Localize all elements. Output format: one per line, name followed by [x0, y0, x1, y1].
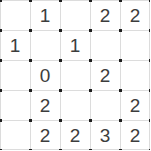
clue-number: 2 — [40, 126, 51, 145]
grid-cell[interactable] — [0, 60, 30, 90]
clue-number: 2 — [130, 96, 141, 115]
lattice-dot — [0, 59, 2, 62]
grid-cell[interactable] — [90, 90, 120, 120]
grid-cell[interactable]: 2 — [60, 120, 90, 150]
clue-number: 2 — [100, 66, 111, 85]
lattice-dot — [59, 119, 62, 122]
lattice-dot — [119, 29, 122, 32]
grid-cell[interactable]: 2 — [120, 0, 150, 30]
lattice-dot — [59, 149, 62, 151]
lattice-dot — [59, 59, 62, 62]
lattice-dot — [119, 119, 122, 122]
grid-cell[interactable]: 1 — [60, 30, 90, 60]
grid-cell[interactable]: 1 — [0, 30, 30, 60]
clue-number: 1 — [10, 36, 21, 55]
grid-cell[interactable] — [90, 30, 120, 60]
lattice-dot — [29, 89, 32, 92]
grid-cell[interactable]: 2 — [30, 120, 60, 150]
lattice-dot — [89, 0, 92, 2]
clue-number: 2 — [100, 6, 111, 25]
lattice-dot — [59, 0, 62, 2]
lattice-dot — [119, 149, 122, 151]
lattice-dot — [0, 89, 2, 92]
lattice-dot — [149, 0, 151, 2]
lattice-dot — [149, 89, 151, 92]
lattice-dot — [149, 119, 151, 122]
lattice-dot — [89, 29, 92, 32]
grid-cell[interactable] — [60, 60, 90, 90]
grid-cell[interactable] — [60, 0, 90, 30]
clue-number: 2 — [70, 126, 81, 145]
lattice-dot — [29, 59, 32, 62]
grid-cell[interactable]: 2 — [90, 60, 120, 90]
lattice-dot — [0, 29, 2, 32]
grid-cell[interactable]: 2 — [120, 120, 150, 150]
grid-cell[interactable]: 0 — [30, 60, 60, 90]
grid-cell[interactable] — [30, 30, 60, 60]
grid-cell[interactable]: 1 — [30, 0, 60, 30]
clue-number: 1 — [70, 36, 81, 55]
lattice-dot — [89, 59, 92, 62]
lattice-dot — [29, 149, 32, 151]
clue-number: 0 — [40, 66, 51, 85]
lattice-dot — [29, 29, 32, 32]
lattice-dot — [59, 29, 62, 32]
lattice-dot — [149, 149, 151, 151]
lattice-dot — [89, 149, 92, 151]
grid-cell[interactable] — [120, 60, 150, 90]
grid-cell[interactable] — [60, 90, 90, 120]
grid-cell[interactable] — [0, 90, 30, 120]
clue-number: 2 — [130, 6, 141, 25]
lattice-dot — [29, 0, 32, 2]
lattice-dot — [89, 119, 92, 122]
grid-cell[interactable]: 2 — [90, 0, 120, 30]
grid-cell[interactable] — [0, 0, 30, 30]
clue-number: 3 — [100, 126, 111, 145]
grid-cell[interactable]: 3 — [90, 120, 120, 150]
lattice-dot — [0, 119, 2, 122]
grid-cell[interactable]: 2 — [120, 90, 150, 120]
lattice-dot — [89, 89, 92, 92]
slitherlink-board: 1221102222232 — [0, 0, 150, 150]
clue-number: 2 — [40, 96, 51, 115]
lattice-dot — [149, 59, 151, 62]
lattice-dot — [149, 29, 151, 32]
lattice-dot — [29, 119, 32, 122]
lattice-dot — [119, 89, 122, 92]
clue-number: 2 — [130, 126, 141, 145]
lattice-dot — [119, 0, 122, 2]
lattice-dot — [0, 149, 2, 151]
clue-number: 1 — [40, 6, 51, 25]
grid-cell[interactable] — [0, 120, 30, 150]
grid-cell[interactable] — [120, 30, 150, 60]
lattice-dot — [59, 89, 62, 92]
lattice-dot — [0, 0, 2, 2]
grid-cell[interactable]: 2 — [30, 90, 60, 120]
lattice-dot — [119, 59, 122, 62]
